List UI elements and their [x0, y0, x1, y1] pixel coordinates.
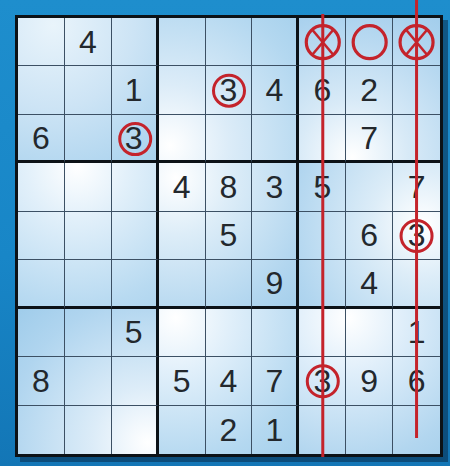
cell-r1c9[interactable] [393, 18, 440, 66]
cell-r5c1[interactable] [18, 212, 65, 260]
cell-r2c2[interactable] [65, 66, 112, 114]
cell-r1c2[interactable]: 4 [65, 18, 112, 66]
cell-r5c5[interactable]: 5 [206, 212, 253, 260]
cell-digit: 5 [173, 365, 191, 397]
cell-r8c7[interactable]: 3 [299, 357, 346, 405]
cell-r4c1[interactable] [18, 163, 65, 211]
sudoku-board: 413462637483575639451854739621 [15, 15, 443, 457]
cell-r6c6[interactable]: 9 [252, 260, 299, 308]
cell-r4c5[interactable]: 8 [206, 163, 253, 211]
cell-digit: 6 [360, 219, 378, 251]
cell-r8c2[interactable] [65, 357, 112, 405]
cell-digit: 9 [265, 267, 283, 299]
cell-r2c5[interactable]: 3 [206, 66, 253, 114]
cell-digit: 5 [313, 171, 331, 203]
cell-r7c1[interactable] [18, 309, 65, 357]
cell-digit: 1 [265, 414, 283, 446]
cell-r3c2[interactable] [65, 115, 112, 163]
cell-r1c6[interactable] [252, 18, 299, 66]
cell-r8c9[interactable]: 6 [393, 357, 440, 405]
cell-digit: 4 [173, 171, 191, 203]
cell-r4c6[interactable]: 3 [252, 163, 299, 211]
cell-r9c2[interactable] [65, 406, 112, 454]
cell-r5c3[interactable] [112, 212, 159, 260]
cell-r3c5[interactable] [206, 115, 253, 163]
cell-r5c9[interactable]: 3 [393, 212, 440, 260]
cell-r7c2[interactable] [65, 309, 112, 357]
cell-r2c1[interactable] [18, 66, 65, 114]
cell-r6c9[interactable] [393, 260, 440, 308]
cell-r2c7[interactable]: 6 [299, 66, 346, 114]
cell-r3c4[interactable] [159, 115, 206, 163]
cell-digit: 3 [125, 122, 143, 154]
cell-r1c4[interactable] [159, 18, 206, 66]
cell-r5c6[interactable] [252, 212, 299, 260]
cell-digit: 3 [313, 365, 331, 397]
cell-r6c2[interactable] [65, 260, 112, 308]
cell-r8c3[interactable] [112, 357, 159, 405]
cell-digit: 4 [220, 365, 238, 397]
cell-digit: 3 [265, 171, 283, 203]
cell-r7c9[interactable]: 1 [393, 309, 440, 357]
cell-digit: 7 [408, 171, 426, 203]
cell-r2c4[interactable] [159, 66, 206, 114]
cell-r2c9[interactable] [393, 66, 440, 114]
cell-r2c6[interactable]: 4 [252, 66, 299, 114]
cell-r9c9[interactable] [393, 406, 440, 454]
cell-r3c8[interactable]: 7 [346, 115, 393, 163]
cell-r7c6[interactable] [252, 309, 299, 357]
cell-digit: 2 [220, 414, 238, 446]
cell-r1c1[interactable] [18, 18, 65, 66]
cell-digit: 9 [360, 365, 378, 397]
cell-r8c6[interactable]: 7 [252, 357, 299, 405]
cell-r5c4[interactable] [159, 212, 206, 260]
cell-r6c3[interactable] [112, 260, 159, 308]
cell-r1c7[interactable] [299, 18, 346, 66]
cell-digit: 6 [313, 74, 331, 106]
cell-digit: 4 [79, 26, 97, 58]
cell-r6c8[interactable]: 4 [346, 260, 393, 308]
cell-r3c3[interactable]: 3 [112, 115, 159, 163]
cell-r4c9[interactable]: 7 [393, 163, 440, 211]
cell-digit: 2 [360, 74, 378, 106]
cell-r9c1[interactable] [18, 406, 65, 454]
cell-digit: 6 [408, 365, 426, 397]
cell-digit: 4 [360, 267, 378, 299]
cell-r3c6[interactable] [252, 115, 299, 163]
cell-r2c8[interactable]: 2 [346, 66, 393, 114]
cell-r9c8[interactable] [346, 406, 393, 454]
cell-digit: 7 [360, 122, 378, 154]
cell-r9c7[interactable] [299, 406, 346, 454]
cell-digit: 5 [220, 219, 238, 251]
cell-r3c9[interactable] [393, 115, 440, 163]
cell-r9c4[interactable] [159, 406, 206, 454]
cell-digit: 8 [220, 171, 238, 203]
cell-r3c7[interactable] [299, 115, 346, 163]
cell-digit: 3 [220, 74, 238, 106]
cell-r6c5[interactable] [206, 260, 253, 308]
sudoku-screenshot: 413462637483575639451854739621 [0, 0, 450, 466]
cell-r4c8[interactable] [346, 163, 393, 211]
cell-r5c7[interactable] [299, 212, 346, 260]
cell-digit: 1 [125, 74, 143, 106]
cell-r7c4[interactable] [159, 309, 206, 357]
cell-r4c3[interactable] [112, 163, 159, 211]
cell-r4c7[interactable]: 5 [299, 163, 346, 211]
cell-r6c7[interactable] [299, 260, 346, 308]
cell-r8c8[interactable]: 9 [346, 357, 393, 405]
cell-digit: 3 [408, 219, 426, 251]
cell-digit: 5 [125, 316, 143, 348]
cell-r1c3[interactable] [112, 18, 159, 66]
cell-r7c3[interactable]: 5 [112, 309, 159, 357]
cell-r8c1[interactable]: 8 [18, 357, 65, 405]
cell-r6c1[interactable] [18, 260, 65, 308]
cell-r5c2[interactable] [65, 212, 112, 260]
cell-digit: 8 [32, 365, 50, 397]
cell-r4c2[interactable] [65, 163, 112, 211]
cell-r9c3[interactable] [112, 406, 159, 454]
cell-r3c1[interactable]: 6 [18, 115, 65, 163]
cell-r6c4[interactable] [159, 260, 206, 308]
cell-r1c5[interactable] [206, 18, 253, 66]
cell-r2c3[interactable]: 1 [112, 66, 159, 114]
cell-r7c8[interactable] [346, 309, 393, 357]
cells-grid: 413462637483575639451854739621 [18, 18, 440, 454]
cell-digit: 7 [265, 365, 283, 397]
cell-r5c8[interactable]: 6 [346, 212, 393, 260]
cell-r4c4[interactable]: 4 [159, 163, 206, 211]
cell-r9c6[interactable]: 1 [252, 406, 299, 454]
cell-r7c7[interactable] [299, 309, 346, 357]
cell-digit: 1 [408, 316, 426, 348]
cell-r9c5[interactable]: 2 [206, 406, 253, 454]
cell-r7c5[interactable] [206, 309, 253, 357]
cell-r8c4[interactable]: 5 [159, 357, 206, 405]
cell-digit: 6 [32, 122, 50, 154]
cell-digit: 4 [265, 74, 283, 106]
cell-r8c5[interactable]: 4 [206, 357, 253, 405]
cell-r1c8[interactable] [346, 18, 393, 66]
